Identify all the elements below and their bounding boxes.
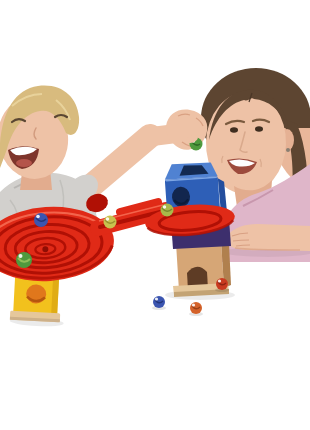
marble-orange-table-ball xyxy=(190,302,202,314)
child-tongue xyxy=(16,159,32,167)
marble-blue-spiral xyxy=(34,213,48,227)
marble-green-spiral xyxy=(16,252,32,268)
marble-highlight xyxy=(19,254,23,258)
photo-canvas xyxy=(0,0,310,430)
marble-highlight xyxy=(106,217,109,220)
woman-earring xyxy=(286,148,290,152)
marble-red-table-ball xyxy=(216,278,228,290)
spiral-support xyxy=(10,275,67,328)
marble-highlight xyxy=(218,279,221,282)
woman-forearm xyxy=(223,224,310,257)
marble-blue-table-ball xyxy=(153,296,165,308)
marble-highlight xyxy=(163,205,166,208)
woman-forearm-skin xyxy=(227,224,310,251)
marble-highlight xyxy=(192,303,195,306)
marble-highlight xyxy=(36,215,40,219)
woman-right-eye xyxy=(255,126,263,131)
woman-left-eye xyxy=(230,127,238,132)
marble-yellow-track xyxy=(104,216,117,229)
marble-highlight xyxy=(155,297,158,300)
marble-yellowgreen-track-end xyxy=(161,204,174,217)
